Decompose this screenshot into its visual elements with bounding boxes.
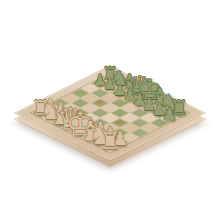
chess-set-product-photo: ♜♞♝♛♚♝♞♜♟♟♟♟♟♟♟♟♟♟♟♟♟♟♟♟♜♞♝♛♚♝♞♜ xyxy=(0,0,220,220)
chess-board xyxy=(15,66,205,161)
